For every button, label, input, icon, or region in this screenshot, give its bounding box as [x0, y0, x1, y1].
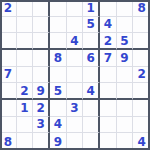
- cell-r8c6[interactable]: [83, 117, 100, 134]
- cell-r2c3[interactable]: [33, 17, 50, 34]
- cell-r2c4[interactable]: [50, 17, 67, 34]
- cell-r8c8[interactable]: [117, 117, 134, 134]
- cell-r5c1[interactable]: 7: [0, 67, 17, 84]
- cell-r5c2[interactable]: [17, 67, 34, 84]
- cell-r3c3[interactable]: [33, 33, 50, 50]
- cell-r4c6[interactable]: 6: [83, 50, 100, 67]
- cell-r3c9[interactable]: [133, 33, 150, 50]
- cell-r1c5[interactable]: [67, 0, 84, 17]
- cell-r9c9[interactable]: 4: [133, 133, 150, 150]
- cell-r4c2[interactable]: [17, 50, 34, 67]
- cell-r6c8[interactable]: [117, 83, 134, 100]
- cell-r1c6[interactable]: 1: [83, 0, 100, 17]
- cell-r1c4[interactable]: [50, 0, 67, 17]
- cell-r7c7[interactable]: [100, 100, 117, 117]
- cell-r6c2[interactable]: 2: [17, 83, 34, 100]
- cell-r1c8[interactable]: [117, 0, 134, 17]
- cell-r6c6[interactable]: 4: [83, 83, 100, 100]
- cell-r6c1[interactable]: [0, 83, 17, 100]
- cell-r5c7[interactable]: [100, 67, 117, 84]
- cell-r8c1[interactable]: [0, 117, 17, 134]
- cell-r8c7[interactable]: [100, 117, 117, 134]
- cell-r3c7[interactable]: 2: [100, 33, 117, 50]
- cell-r5c4[interactable]: [50, 67, 67, 84]
- cell-r5c5[interactable]: [67, 67, 84, 84]
- cell-r4c7[interactable]: 7: [100, 50, 117, 67]
- cell-r2c9[interactable]: [133, 17, 150, 34]
- cell-r8c3[interactable]: 3: [33, 117, 50, 134]
- cell-r2c1[interactable]: [0, 17, 17, 34]
- cell-r9c1[interactable]: 8: [0, 133, 17, 150]
- cell-r7c9[interactable]: [133, 100, 150, 117]
- cell-r4c8[interactable]: 9: [117, 50, 134, 67]
- cell-r1c9[interactable]: 8: [133, 0, 150, 17]
- cell-r9c4[interactable]: 9: [50, 133, 67, 150]
- cell-r5c8[interactable]: [117, 67, 134, 84]
- cell-r7c4[interactable]: [50, 100, 67, 117]
- cell-r9c7[interactable]: [100, 133, 117, 150]
- cell-r3c8[interactable]: 5: [117, 33, 134, 50]
- cell-r4c4[interactable]: 8: [50, 50, 67, 67]
- cell-r9c2[interactable]: [17, 133, 34, 150]
- cell-r9c3[interactable]: [33, 133, 50, 150]
- cell-r5c3[interactable]: [33, 67, 50, 84]
- cell-r8c5[interactable]: [67, 117, 84, 134]
- sudoku-app: 21854425867972295412334894: [0, 0, 150, 150]
- cell-r2c5[interactable]: [67, 17, 84, 34]
- cell-r2c7[interactable]: 4: [100, 17, 117, 34]
- cell-r6c3[interactable]: 9: [33, 83, 50, 100]
- cell-r8c4[interactable]: 4: [50, 117, 67, 134]
- cell-r1c7[interactable]: [100, 0, 117, 17]
- cell-r7c2[interactable]: 1: [17, 100, 34, 117]
- cell-r1c2[interactable]: [17, 0, 34, 17]
- cell-r4c9[interactable]: [133, 50, 150, 67]
- cell-r7c5[interactable]: 3: [67, 100, 84, 117]
- cell-r6c9[interactable]: [133, 83, 150, 100]
- cell-r3c6[interactable]: [83, 33, 100, 50]
- cell-r9c5[interactable]: [67, 133, 84, 150]
- cell-r4c1[interactable]: [0, 50, 17, 67]
- cell-r6c5[interactable]: [67, 83, 84, 100]
- cell-r5c9[interactable]: 2: [133, 67, 150, 84]
- cell-r7c1[interactable]: [0, 100, 17, 117]
- cell-r9c8[interactable]: [117, 133, 134, 150]
- cell-r2c6[interactable]: 5: [83, 17, 100, 34]
- cell-r8c2[interactable]: [17, 117, 34, 134]
- cell-r3c5[interactable]: 4: [67, 33, 84, 50]
- cell-r3c1[interactable]: [0, 33, 17, 50]
- cell-r1c1[interactable]: 2: [0, 0, 17, 17]
- cell-r2c8[interactable]: [117, 17, 134, 34]
- cell-r5c6[interactable]: [83, 67, 100, 84]
- cell-r3c2[interactable]: [17, 33, 34, 50]
- cell-r8c9[interactable]: [133, 117, 150, 134]
- cell-r7c3[interactable]: 2: [33, 100, 50, 117]
- cell-r7c6[interactable]: [83, 100, 100, 117]
- cell-r3c4[interactable]: [50, 33, 67, 50]
- cell-r2c2[interactable]: [17, 17, 34, 34]
- cell-r4c3[interactable]: [33, 50, 50, 67]
- cell-r6c7[interactable]: [100, 83, 117, 100]
- cell-r4c5[interactable]: [67, 50, 84, 67]
- cell-r6c4[interactable]: 5: [50, 83, 67, 100]
- cell-r9c6[interactable]: [83, 133, 100, 150]
- sudoku-board: 21854425867972295412334894: [0, 0, 150, 150]
- cell-r1c3[interactable]: [33, 0, 50, 17]
- cell-r7c8[interactable]: [117, 100, 134, 117]
